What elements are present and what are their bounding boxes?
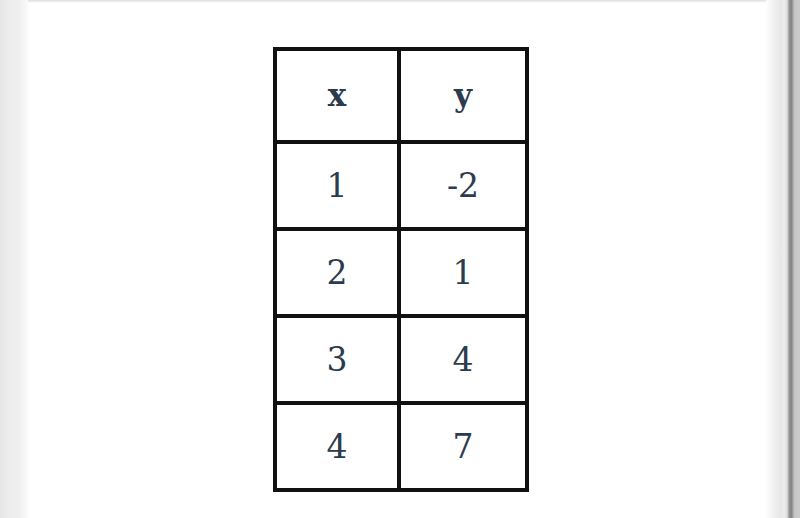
cell-row4-y: 7 (401, 405, 525, 488)
page-top-edge-shadow (28, 0, 766, 3)
cell-row3-x: 3 (277, 318, 397, 401)
xy-table-container: x y 1 -2 2 1 3 4 4 7 (273, 47, 529, 492)
cell-row2-x: 2 (277, 231, 397, 314)
page-right-edge-shadow (765, 0, 800, 518)
cell-row4-x: 4 (277, 405, 397, 488)
worksheet-page: x y 1 -2 2 1 3 4 4 7 (0, 0, 800, 518)
cell-row1-y: -2 (401, 144, 525, 227)
page-left-edge-shadow (0, 0, 30, 518)
cell-row2-y: 1 (401, 231, 525, 314)
xy-value-table: x y 1 -2 2 1 3 4 4 7 (273, 47, 529, 492)
header-cell-y: y (401, 51, 525, 140)
cell-row1-x: 1 (277, 144, 397, 227)
header-cell-x: x (277, 51, 397, 140)
cell-row3-y: 4 (401, 318, 525, 401)
